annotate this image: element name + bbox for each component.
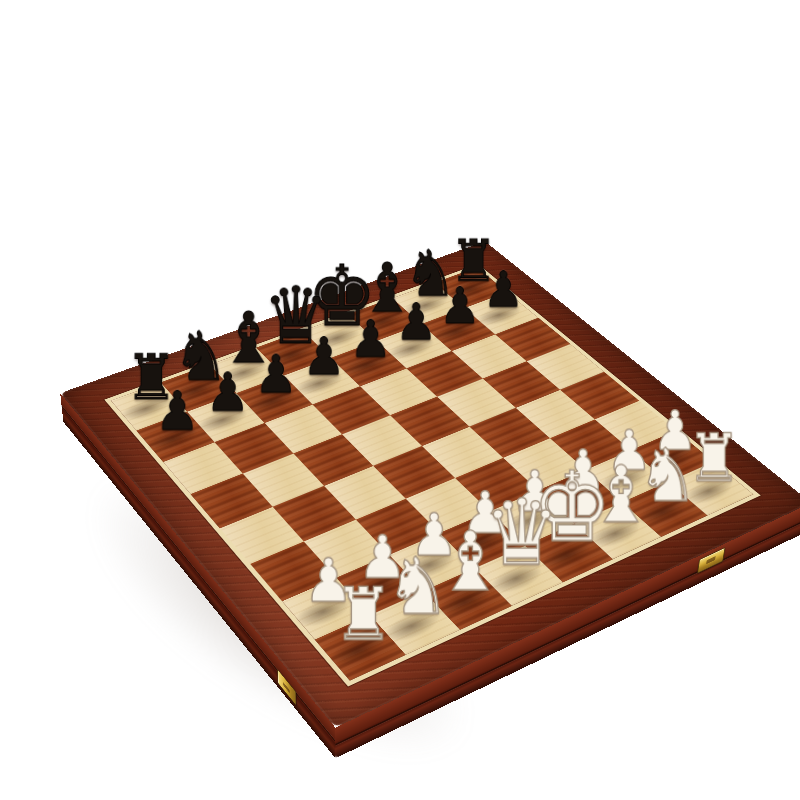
perspective-wrapper: ♜♞♝♛♚♝♞♜♟♟♟♟♟♟♟♟♟♟♟♟♟♟♟♟♜♞♝♛♚♝♞♜ [0, 0, 800, 800]
chess-set-photo: ♜♞♝♛♚♝♞♜♟♟♟♟♟♟♟♟♟♟♟♟♟♟♟♟♜♞♝♛♚♝♞♜ [0, 0, 800, 800]
board-frame: ♜♞♝♛♚♝♞♜♟♟♟♟♟♟♟♟♟♟♟♟♟♟♟♟♜♞♝♛♚♝♞♜ [60, 241, 800, 727]
black-pawn-d7: ♟ [303, 331, 346, 383]
squares-grid: ♜♞♝♛♚♝♞♜♟♟♟♟♟♟♟♟♟♟♟♟♟♟♟♟♜♞♝♛♚♝♞♜ [104, 264, 760, 687]
black-pawn-a7: ♟ [155, 385, 199, 439]
black-pawn-b7: ♟ [206, 367, 250, 420]
white-knight-b1: ♞ [385, 547, 450, 625]
black-pawn-c7: ♟ [255, 349, 298, 401]
black-pawn-f7: ♟ [395, 298, 437, 348]
black-pawn-h7: ♟ [483, 266, 524, 315]
black-pawn-e7: ♟ [350, 314, 392, 365]
black-pawn-g7: ♟ [440, 281, 481, 331]
chess-board-box: ♜♞♝♛♚♝♞♜♟♟♟♟♟♟♟♟♟♟♟♟♟♟♟♟♜♞♝♛♚♝♞♜ [60, 241, 800, 727]
white-rook-a1: ♜ [333, 578, 393, 651]
